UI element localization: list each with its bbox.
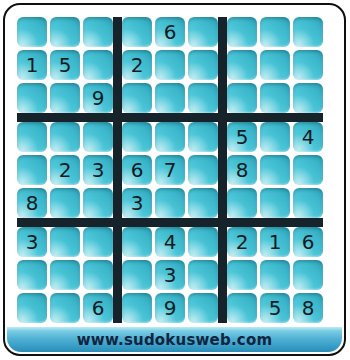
cell-r6c4[interactable]: 3 [122,188,152,218]
cell-r1c8[interactable] [260,17,290,47]
cell-r9c6[interactable] [188,293,218,323]
cell-r5c2[interactable]: 2 [50,155,80,185]
cell-r4c1[interactable] [17,122,47,152]
cell-r9c8[interactable]: 5 [260,293,290,323]
cell-r6c2[interactable] [50,188,80,218]
cell-r3c6[interactable] [188,83,218,113]
cell-r6c9[interactable] [293,188,323,218]
board: 159622386735483643921658 [17,17,323,323]
cell-r8c5[interactable]: 3 [155,260,185,290]
cell-r6c8[interactable] [260,188,290,218]
footer-bar: www.sudokusweb.com [7,327,342,352]
cell-r8c6[interactable] [188,260,218,290]
cell-r2c2[interactable]: 5 [50,50,80,80]
cell-r4c8[interactable] [260,122,290,152]
cell-r6c3[interactable] [83,188,113,218]
cell-r6c7[interactable] [227,188,257,218]
cell-r6c1[interactable]: 8 [17,188,47,218]
board-frame: 159622386735483643921658 www.sudokusweb.… [3,3,346,356]
cell-r9c3[interactable]: 6 [83,293,113,323]
cell-r3c7[interactable] [227,83,257,113]
cell-r5c1[interactable] [17,155,47,185]
cell-r2c6[interactable] [188,50,218,80]
cell-r7c9[interactable]: 6 [293,227,323,257]
cell-r2c9[interactable] [293,50,323,80]
box-1-1: 159 [17,17,113,113]
cell-r3c2[interactable] [50,83,80,113]
cell-r8c7[interactable] [227,260,257,290]
cell-r4c2[interactable] [50,122,80,152]
cell-r2c8[interactable] [260,50,290,80]
cell-r9c4[interactable] [122,293,152,323]
cell-r3c1[interactable] [17,83,47,113]
box-2-1: 238 [17,122,113,218]
cell-r9c5[interactable]: 9 [155,293,185,323]
cell-r2c1[interactable]: 1 [17,50,47,80]
cell-r7c3[interactable] [83,227,113,257]
cell-r8c9[interactable] [293,260,323,290]
cell-r5c9[interactable] [293,155,323,185]
cell-r8c4[interactable] [122,260,152,290]
cell-r5c5[interactable]: 7 [155,155,185,185]
cell-r1c2[interactable] [50,17,80,47]
cell-r1c9[interactable] [293,17,323,47]
cell-r1c4[interactable] [122,17,152,47]
cell-r1c3[interactable] [83,17,113,47]
cell-r8c2[interactable] [50,260,80,290]
cell-r8c3[interactable] [83,260,113,290]
box-2-2: 673 [122,122,218,218]
cell-r7c6[interactable] [188,227,218,257]
cell-r5c7[interactable]: 8 [227,155,257,185]
box-1-2: 62 [122,17,218,113]
cell-r7c8[interactable]: 1 [260,227,290,257]
cell-r5c8[interactable] [260,155,290,185]
cell-r5c4[interactable]: 6 [122,155,152,185]
cell-r7c1[interactable]: 3 [17,227,47,257]
sudoku-page: 159622386735483643921658 www.sudokusweb.… [0,0,350,360]
cell-r5c3[interactable]: 3 [83,155,113,185]
cell-r4c7[interactable]: 5 [227,122,257,152]
cell-r4c9[interactable]: 4 [293,122,323,152]
cell-r1c5[interactable]: 6 [155,17,185,47]
cell-r7c2[interactable] [50,227,80,257]
box-3-3: 21658 [227,227,323,323]
cell-r1c7[interactable] [227,17,257,47]
box-3-2: 439 [122,227,218,323]
cell-r3c4[interactable] [122,83,152,113]
cell-r8c1[interactable] [17,260,47,290]
cell-r1c1[interactable] [17,17,47,47]
cell-r9c1[interactable] [17,293,47,323]
cell-r2c7[interactable] [227,50,257,80]
cell-r1c6[interactable] [188,17,218,47]
cell-r6c6[interactable] [188,188,218,218]
cell-r9c9[interactable]: 8 [293,293,323,323]
cell-r4c3[interactable] [83,122,113,152]
cell-r4c5[interactable] [155,122,185,152]
cell-r7c5[interactable]: 4 [155,227,185,257]
cell-r3c5[interactable] [155,83,185,113]
cell-r7c7[interactable]: 2 [227,227,257,257]
cell-r4c4[interactable] [122,122,152,152]
cell-r6c5[interactable] [155,188,185,218]
cell-r3c3[interactable]: 9 [83,83,113,113]
cell-r2c4[interactable]: 2 [122,50,152,80]
cell-r3c8[interactable] [260,83,290,113]
cell-r3c9[interactable] [293,83,323,113]
cell-r9c7[interactable] [227,293,257,323]
cell-r2c3[interactable] [83,50,113,80]
cell-r2c5[interactable] [155,50,185,80]
cell-r8c8[interactable] [260,260,290,290]
cell-r4c6[interactable] [188,122,218,152]
site-url[interactable]: www.sudokusweb.com [77,331,272,349]
cell-r9c2[interactable] [50,293,80,323]
cell-r7c4[interactable] [122,227,152,257]
cell-r5c6[interactable] [188,155,218,185]
board-panel: 159622386735483643921658 [13,13,335,335]
box-3-1: 36 [17,227,113,323]
box-1-3 [227,17,323,113]
box-2-3: 548 [227,122,323,218]
